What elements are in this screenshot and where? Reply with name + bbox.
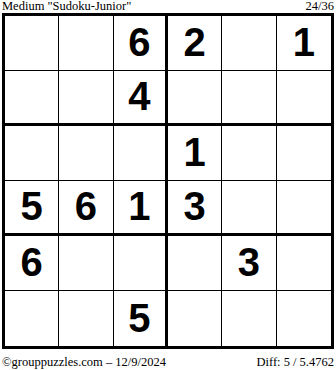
cell-r3c1[interactable] [5, 126, 59, 181]
cell-r2c5[interactable] [222, 71, 276, 126]
copyright-text: ©grouppuzzles.com – 12/9/2024 [2, 355, 166, 369]
cell-r2c3: 4 [114, 71, 168, 126]
cell-r2c4[interactable] [168, 71, 222, 126]
cell-r6c3: 5 [114, 291, 168, 346]
cell-r4c5[interactable] [222, 181, 276, 236]
cell-r3c6[interactable] [277, 126, 331, 181]
givens-counter: 24/36 [306, 0, 334, 13]
cell-r5c5: 3 [222, 236, 276, 291]
given-digit: 3 [184, 186, 206, 226]
given-digit: 6 [128, 22, 150, 62]
given-digit: 3 [238, 242, 260, 282]
cell-r1c4: 2 [168, 16, 222, 71]
cell-r3c3[interactable] [114, 126, 168, 181]
given-digit: 6 [75, 186, 97, 226]
given-digit: 1 [293, 22, 315, 62]
cell-r4c1: 5 [5, 181, 59, 236]
cell-r4c3: 1 [114, 181, 168, 236]
footer: ©grouppuzzles.com – 12/9/2024 Diff: 5 / … [2, 355, 334, 369]
cell-r2c1[interactable] [5, 71, 59, 126]
given-digit: 6 [21, 242, 43, 282]
cell-r1c5[interactable] [222, 16, 276, 71]
cell-r1c3: 6 [114, 16, 168, 71]
cell-r4c2: 6 [59, 181, 113, 236]
cell-r4c4: 3 [168, 181, 222, 236]
cell-r6c2[interactable] [59, 291, 113, 346]
cell-r1c2[interactable] [59, 16, 113, 71]
cell-r2c6[interactable] [277, 71, 331, 126]
given-digit: 5 [21, 186, 43, 226]
header: Medium "Sudoku-Junior" 24/36 [2, 0, 334, 13]
given-digit: 4 [128, 76, 150, 116]
cell-r3c5[interactable] [222, 126, 276, 181]
cell-r5c3[interactable] [114, 236, 168, 291]
cell-r2c2[interactable] [59, 71, 113, 126]
difficulty-text: Diff: 5 / 5.4762 [256, 355, 334, 369]
cell-r6c1[interactable] [5, 291, 59, 346]
sudoku-board: 621415613635 [2, 13, 334, 349]
cell-r5c4[interactable] [168, 236, 222, 291]
given-digit: 5 [128, 298, 150, 338]
cell-r3c4: 1 [168, 126, 222, 181]
given-digit: 1 [184, 132, 206, 172]
cell-r5c1: 6 [5, 236, 59, 291]
given-digit: 1 [128, 186, 150, 226]
cell-r1c6: 1 [277, 16, 331, 71]
cell-r1c1[interactable] [5, 16, 59, 71]
cell-r6c6[interactable] [277, 291, 331, 346]
cell-r6c4[interactable] [168, 291, 222, 346]
cell-r3c2[interactable] [59, 126, 113, 181]
puzzle-title: Medium "Sudoku-Junior" [2, 0, 131, 13]
given-digit: 2 [184, 22, 206, 62]
cell-r5c6[interactable] [277, 236, 331, 291]
cell-r4c6[interactable] [277, 181, 331, 236]
puzzle-page: Medium "Sudoku-Junior" 24/36 62141561363… [0, 0, 336, 370]
cell-r5c2[interactable] [59, 236, 113, 291]
cell-r6c5[interactable] [222, 291, 276, 346]
